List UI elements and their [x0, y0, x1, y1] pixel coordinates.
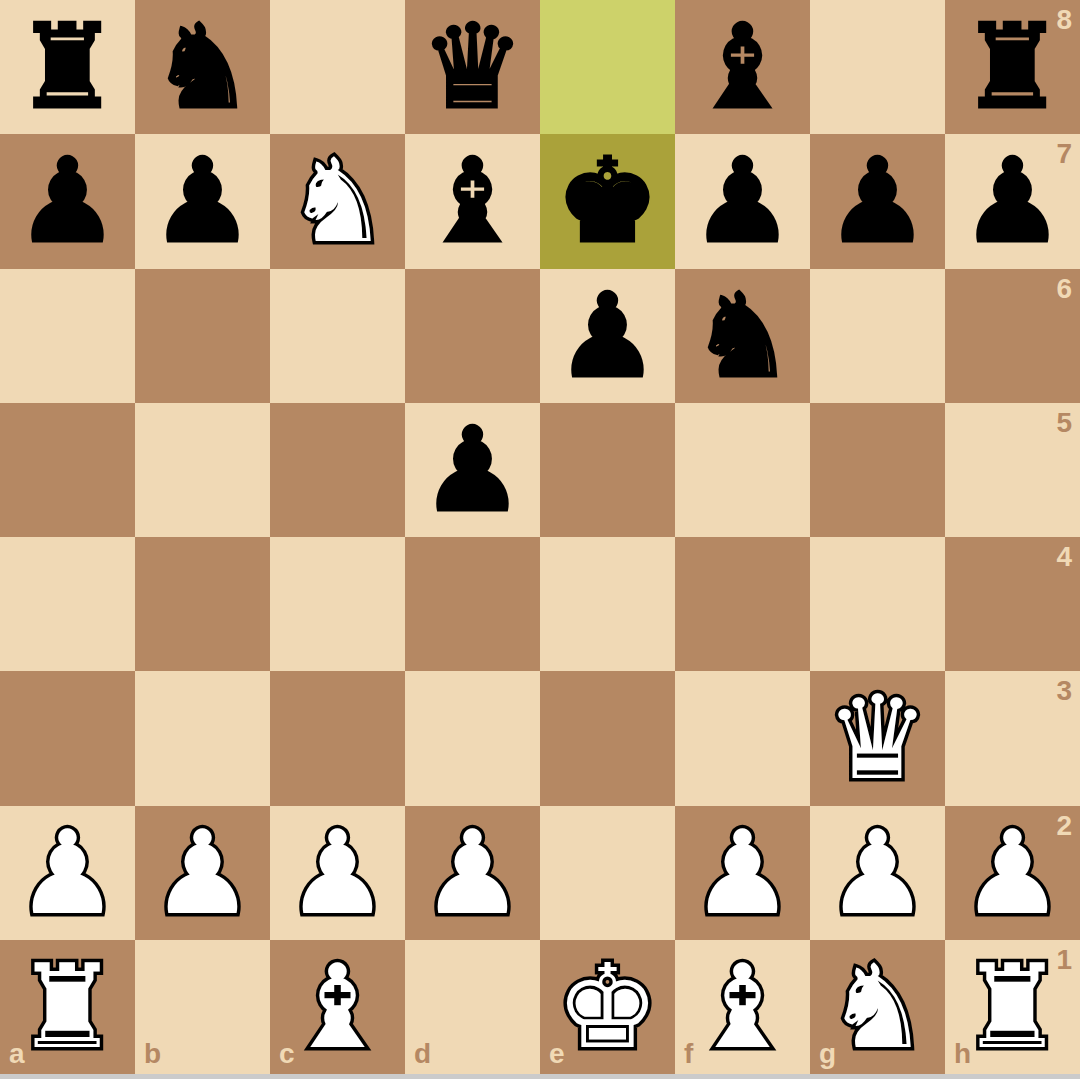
square-h5[interactable]: 5	[945, 403, 1080, 537]
square-h7[interactable]: 7	[945, 134, 1080, 268]
square-g3[interactable]	[810, 671, 945, 805]
square-b2[interactable]	[135, 806, 270, 940]
square-d5[interactable]	[405, 403, 540, 537]
white-queen[interactable]	[810, 671, 945, 805]
white-bishop[interactable]	[270, 940, 405, 1074]
square-b5[interactable]	[135, 403, 270, 537]
square-b1[interactable]: b	[135, 940, 270, 1074]
square-g1[interactable]: g	[810, 940, 945, 1074]
white-pawn[interactable]	[945, 806, 1080, 940]
black-pawn[interactable]	[135, 134, 270, 268]
white-pawn[interactable]	[810, 806, 945, 940]
square-e1[interactable]: e	[540, 940, 675, 1074]
square-d6[interactable]	[405, 269, 540, 403]
square-f4[interactable]	[675, 537, 810, 671]
square-g2[interactable]	[810, 806, 945, 940]
square-e2[interactable]	[540, 806, 675, 940]
square-e8[interactable]	[540, 0, 675, 134]
square-h3[interactable]: 3	[945, 671, 1080, 805]
black-bishop[interactable]	[675, 0, 810, 134]
square-d8[interactable]	[405, 0, 540, 134]
square-c7[interactable]	[270, 134, 405, 268]
white-pawn[interactable]	[405, 806, 540, 940]
square-b8[interactable]	[135, 0, 270, 134]
rank-label-4: 4	[1056, 543, 1072, 571]
square-d7[interactable]	[405, 134, 540, 268]
black-pawn[interactable]	[945, 134, 1080, 268]
square-h6[interactable]: 6	[945, 269, 1080, 403]
white-pawn[interactable]	[270, 806, 405, 940]
rank-label-6: 6	[1056, 275, 1072, 303]
square-d1[interactable]: d	[405, 940, 540, 1074]
square-f8[interactable]	[675, 0, 810, 134]
square-g7[interactable]	[810, 134, 945, 268]
square-e5[interactable]	[540, 403, 675, 537]
black-pawn[interactable]	[405, 403, 540, 537]
square-c1[interactable]: c	[270, 940, 405, 1074]
white-king[interactable]	[540, 940, 675, 1074]
black-queen[interactable]	[405, 0, 540, 134]
square-g5[interactable]	[810, 403, 945, 537]
white-pawn[interactable]	[0, 806, 135, 940]
square-f5[interactable]	[675, 403, 810, 537]
square-a1[interactable]: a	[0, 940, 135, 1074]
square-f7[interactable]	[675, 134, 810, 268]
square-h4[interactable]: 4	[945, 537, 1080, 671]
square-a7[interactable]	[0, 134, 135, 268]
black-rook[interactable]	[945, 0, 1080, 134]
square-h2[interactable]: 2	[945, 806, 1080, 940]
square-c4[interactable]	[270, 537, 405, 671]
square-c2[interactable]	[270, 806, 405, 940]
square-h1[interactable]: 1h	[945, 940, 1080, 1074]
square-a2[interactable]	[0, 806, 135, 940]
square-e4[interactable]	[540, 537, 675, 671]
square-e7[interactable]	[540, 134, 675, 268]
square-b4[interactable]	[135, 537, 270, 671]
black-knight[interactable]	[675, 269, 810, 403]
file-label-b: b	[144, 1040, 161, 1068]
black-pawn[interactable]	[810, 134, 945, 268]
rank-label-3: 3	[1056, 677, 1072, 705]
square-d3[interactable]	[405, 671, 540, 805]
chess-board: 8765432abcdefg1h	[0, 0, 1080, 1074]
square-g8[interactable]	[810, 0, 945, 134]
rank-label-5: 5	[1056, 409, 1072, 437]
square-d2[interactable]	[405, 806, 540, 940]
square-h8[interactable]: 8	[945, 0, 1080, 134]
white-knight[interactable]	[270, 134, 405, 268]
square-f3[interactable]	[675, 671, 810, 805]
white-bishop[interactable]	[675, 940, 810, 1074]
square-c5[interactable]	[270, 403, 405, 537]
file-label-d: d	[414, 1040, 431, 1068]
square-e6[interactable]	[540, 269, 675, 403]
square-e3[interactable]	[540, 671, 675, 805]
square-a8[interactable]	[0, 0, 135, 134]
black-pawn[interactable]	[540, 269, 675, 403]
square-c8[interactable]	[270, 0, 405, 134]
square-a6[interactable]	[0, 269, 135, 403]
white-knight[interactable]	[810, 940, 945, 1074]
white-rook[interactable]	[945, 940, 1080, 1074]
square-c6[interactable]	[270, 269, 405, 403]
white-rook[interactable]	[0, 940, 135, 1074]
page-background-strip	[0, 1074, 1080, 1079]
square-g4[interactable]	[810, 537, 945, 671]
white-pawn[interactable]	[135, 806, 270, 940]
black-pawn[interactable]	[0, 134, 135, 268]
square-b7[interactable]	[135, 134, 270, 268]
black-king[interactable]	[540, 134, 675, 268]
black-knight[interactable]	[135, 0, 270, 134]
square-f6[interactable]	[675, 269, 810, 403]
square-f1[interactable]: f	[675, 940, 810, 1074]
square-b6[interactable]	[135, 269, 270, 403]
black-bishop[interactable]	[405, 134, 540, 268]
square-g6[interactable]	[810, 269, 945, 403]
square-a4[interactable]	[0, 537, 135, 671]
square-a3[interactable]	[0, 671, 135, 805]
square-a5[interactable]	[0, 403, 135, 537]
square-d4[interactable]	[405, 537, 540, 671]
square-b3[interactable]	[135, 671, 270, 805]
black-rook[interactable]	[0, 0, 135, 134]
black-pawn[interactable]	[675, 134, 810, 268]
square-f2[interactable]	[675, 806, 810, 940]
square-c3[interactable]	[270, 671, 405, 805]
white-pawn[interactable]	[675, 806, 810, 940]
